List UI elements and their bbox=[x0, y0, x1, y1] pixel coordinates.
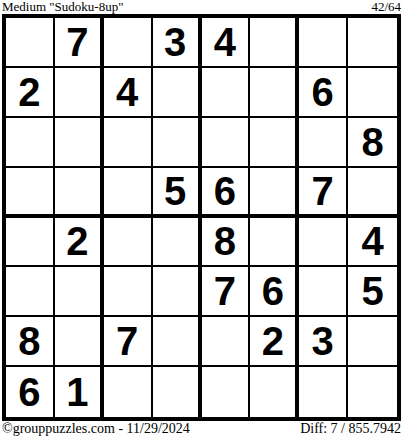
cell-r8c8-empty[interactable] bbox=[348, 367, 397, 417]
empty-cells-counter: 42/64 bbox=[371, 0, 401, 13]
cell-r2c6-empty[interactable] bbox=[250, 68, 299, 118]
cell-r3c3-empty[interactable] bbox=[104, 118, 153, 168]
copyright-credit: ©grouppuzzles.com - 11/29/2024 bbox=[2, 421, 190, 436]
cell-r6c1-empty[interactable] bbox=[6, 267, 55, 317]
cell-r2c4-empty[interactable] bbox=[153, 68, 202, 118]
cell-r6c6-given: 6 bbox=[250, 267, 299, 317]
cell-r1c7-empty[interactable] bbox=[299, 18, 348, 68]
cell-r8c3-empty[interactable] bbox=[104, 367, 153, 417]
sudoku-board: 7342468567284765872361 bbox=[2, 14, 401, 421]
cell-r2c8-empty[interactable] bbox=[348, 68, 397, 118]
cell-r7c4-empty[interactable] bbox=[153, 317, 202, 367]
cell-r5c5-given: 8 bbox=[202, 218, 251, 268]
cell-r3c4-empty[interactable] bbox=[153, 118, 202, 168]
cell-r1c1-empty[interactable] bbox=[6, 18, 55, 68]
cell-r8c7-empty[interactable] bbox=[299, 367, 348, 417]
cell-r6c3-empty[interactable] bbox=[104, 267, 153, 317]
cell-r8c5-empty[interactable] bbox=[202, 367, 251, 417]
cell-r5c7-empty[interactable] bbox=[299, 218, 348, 268]
cell-r1c6-empty[interactable] bbox=[250, 18, 299, 68]
cell-r4c6-empty[interactable] bbox=[250, 168, 299, 218]
cell-r8c4-empty[interactable] bbox=[153, 367, 202, 417]
cell-r1c2-given: 7 bbox=[55, 18, 104, 68]
cell-r4c5-given: 6 bbox=[202, 168, 251, 218]
cell-r5c2-given: 2 bbox=[55, 218, 104, 268]
cell-r8c6-empty[interactable] bbox=[250, 367, 299, 417]
cell-r1c4-given: 3 bbox=[153, 18, 202, 68]
cell-r3c5-empty[interactable] bbox=[202, 118, 251, 168]
cell-r5c3-empty[interactable] bbox=[104, 218, 153, 268]
cell-r3c2-empty[interactable] bbox=[55, 118, 104, 168]
cell-r7c6-given: 2 bbox=[250, 317, 299, 367]
cell-r5c8-given: 4 bbox=[348, 218, 397, 268]
cell-r2c2-empty[interactable] bbox=[55, 68, 104, 118]
cell-r4c1-empty[interactable] bbox=[6, 168, 55, 218]
cell-r1c5-given: 4 bbox=[202, 18, 251, 68]
cell-r3c7-empty[interactable] bbox=[299, 118, 348, 168]
cell-r2c3-given: 4 bbox=[104, 68, 153, 118]
cell-r7c1-given: 8 bbox=[6, 317, 55, 367]
cell-r3c8-given: 8 bbox=[348, 118, 397, 168]
cell-r7c7-given: 3 bbox=[299, 317, 348, 367]
cell-r6c2-empty[interactable] bbox=[55, 267, 104, 317]
cell-r8c2-given: 1 bbox=[55, 367, 104, 417]
cell-r6c7-empty[interactable] bbox=[299, 267, 348, 317]
cell-r6c8-given: 5 bbox=[348, 267, 397, 317]
cell-r4c2-empty[interactable] bbox=[55, 168, 104, 218]
cell-r7c2-empty[interactable] bbox=[55, 317, 104, 367]
cell-r5c4-empty[interactable] bbox=[153, 218, 202, 268]
cell-r6c5-given: 7 bbox=[202, 267, 251, 317]
cell-r1c8-empty[interactable] bbox=[348, 18, 397, 68]
cell-r4c4-given: 5 bbox=[153, 168, 202, 218]
cell-r6c4-empty[interactable] bbox=[153, 267, 202, 317]
cell-r3c6-empty[interactable] bbox=[250, 118, 299, 168]
cell-r7c3-given: 7 bbox=[104, 317, 153, 367]
cell-r5c6-empty[interactable] bbox=[250, 218, 299, 268]
sudoku-puzzle-page: Medium "Sudoku-8up" 42/64 73424685672847… bbox=[0, 0, 403, 437]
cell-r4c7-given: 7 bbox=[299, 168, 348, 218]
cell-r2c5-empty[interactable] bbox=[202, 68, 251, 118]
difficulty-rating: Diff: 7 / 855.7942 bbox=[300, 421, 401, 436]
puzzle-title: Medium "Sudoku-8up" bbox=[2, 0, 123, 13]
cell-r7c8-empty[interactable] bbox=[348, 317, 397, 367]
cell-r8c1-given: 6 bbox=[6, 367, 55, 417]
cell-r5c1-empty[interactable] bbox=[6, 218, 55, 268]
cell-r2c1-given: 2 bbox=[6, 68, 55, 118]
cell-r4c8-empty[interactable] bbox=[348, 168, 397, 218]
cell-r2c7-given: 6 bbox=[299, 68, 348, 118]
header: Medium "Sudoku-8up" 42/64 bbox=[2, 0, 401, 13]
cell-r1c3-empty[interactable] bbox=[104, 18, 153, 68]
cell-r4c3-empty[interactable] bbox=[104, 168, 153, 218]
cell-r7c5-empty[interactable] bbox=[202, 317, 251, 367]
footer: ©grouppuzzles.com - 11/29/2024 Diff: 7 /… bbox=[2, 421, 401, 436]
cell-r3c1-empty[interactable] bbox=[6, 118, 55, 168]
